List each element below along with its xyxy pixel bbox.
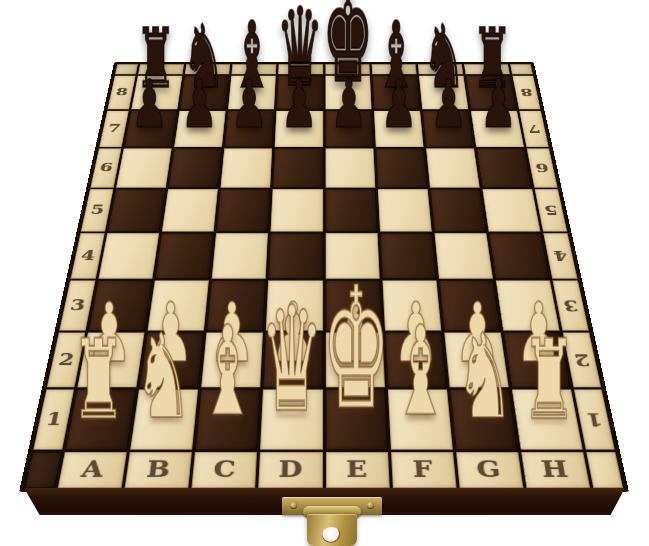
square-h2[interactable] [503, 333, 570, 388]
rank-label-left-7-label: 7 [107, 123, 121, 134]
square-a8[interactable] [131, 76, 182, 110]
square-g6[interactable] [426, 148, 480, 187]
top-border-cell [464, 64, 510, 74]
rank-label-right-4-label: 4 [552, 249, 569, 262]
square-h5[interactable] [482, 189, 540, 231]
latch-screw-icon [290, 502, 297, 509]
chess-board: 8877665544332211ABCDEFGH [19, 62, 629, 492]
rank-label-left-4-label: 4 [80, 249, 97, 262]
file-label-f-label: F [412, 459, 434, 481]
square-c2[interactable] [201, 333, 263, 388]
rank-label-left-3-label: 3 [69, 298, 86, 313]
rank-label-right-5: 5 [535, 189, 568, 231]
square-d8[interactable] [277, 76, 323, 110]
top-border-cell [418, 64, 464, 74]
rank-label-left-5-label: 5 [89, 204, 105, 216]
square-a3[interactable] [88, 281, 152, 331]
square-c1[interactable] [195, 390, 260, 450]
square-b8[interactable] [180, 76, 230, 110]
file-label-c: C [192, 452, 258, 488]
file-label-h: H [521, 452, 590, 488]
square-b3[interactable] [148, 281, 210, 331]
rank-label-left-8-label: 8 [115, 87, 129, 97]
square-d3[interactable] [266, 281, 323, 331]
square-d7[interactable] [275, 111, 323, 147]
square-e7[interactable] [325, 111, 373, 147]
square-f4[interactable] [380, 233, 436, 279]
square-c4[interactable] [212, 233, 268, 279]
product-photo-scene: 8877665544332211ABCDEFGH ♜♞♝♛♚♝♞♜♟♟♟♟♟♟♟… [0, 0, 649, 546]
square-a6[interactable] [116, 148, 172, 187]
rank-label-right-3-label: 3 [562, 298, 579, 313]
square-a2[interactable] [77, 333, 144, 388]
square-e5[interactable] [325, 189, 377, 231]
square-h1[interactable] [512, 390, 583, 450]
file-label-e-label: E [346, 459, 369, 481]
rank-label-right-6-label: 6 [534, 162, 549, 173]
file-label-a-label: A [80, 459, 106, 481]
board-perspective-wrap: 8877665544332211ABCDEFGH [19, 62, 629, 492]
top-border-cell [185, 64, 231, 74]
rank-label-right-8: 8 [512, 76, 540, 110]
file-label-f: F [391, 452, 457, 488]
file-label-g: G [456, 452, 523, 488]
file-label-a: A [58, 452, 127, 488]
corner-top-right [510, 64, 533, 74]
square-a5[interactable] [108, 189, 166, 231]
square-d1[interactable] [260, 390, 322, 450]
square-c7[interactable] [225, 111, 275, 147]
square-c8[interactable] [228, 76, 276, 110]
square-e4[interactable] [325, 233, 379, 279]
file-label-b-label: B [145, 459, 172, 481]
square-a1[interactable] [65, 390, 136, 450]
square-f1[interactable] [388, 390, 453, 450]
square-h8[interactable] [465, 76, 516, 110]
file-label-d-label: D [278, 459, 303, 481]
top-border-cell [278, 64, 323, 74]
square-h3[interactable] [496, 281, 560, 331]
square-f3[interactable] [382, 281, 441, 331]
rank-label-right-6: 6 [527, 148, 558, 187]
square-h4[interactable] [489, 233, 550, 279]
rank-label-left-1-label: 1 [44, 410, 63, 427]
rank-label-right-1-label: 1 [584, 410, 603, 427]
square-a4[interactable] [98, 233, 159, 279]
file-label-e: E [325, 452, 389, 488]
file-label-h-label: H [540, 459, 571, 481]
square-f5[interactable] [378, 189, 432, 231]
corner-bottom-right [586, 452, 623, 488]
square-f2[interactable] [385, 333, 447, 388]
latch-hole [322, 527, 341, 543]
square-b4[interactable] [155, 233, 214, 279]
top-border-cell [371, 64, 416, 74]
square-f7[interactable] [374, 111, 424, 147]
square-b5[interactable] [162, 189, 218, 231]
square-c3[interactable] [207, 281, 266, 331]
square-f8[interactable] [372, 76, 420, 110]
corner-bottom-left [25, 452, 62, 488]
square-e8[interactable] [325, 76, 371, 110]
top-border-cell [232, 64, 277, 74]
rank-label-right-5-label: 5 [543, 204, 559, 216]
square-e1[interactable] [325, 390, 387, 450]
square-b1[interactable] [130, 390, 198, 450]
square-b6[interactable] [168, 148, 222, 187]
square-g4[interactable] [434, 233, 493, 279]
square-b2[interactable] [139, 333, 204, 388]
corner-top-left [115, 64, 138, 74]
square-e3[interactable] [325, 281, 382, 331]
square-g8[interactable] [419, 76, 469, 110]
square-h7[interactable] [471, 111, 524, 147]
square-e6[interactable] [325, 148, 375, 187]
square-g5[interactable] [430, 189, 486, 231]
square-g7[interactable] [422, 111, 474, 147]
rank-label-right-7: 7 [519, 111, 549, 147]
square-e2[interactable] [325, 333, 384, 388]
square-g3[interactable] [439, 281, 501, 331]
square-g2[interactable] [444, 333, 509, 388]
rank-label-right-2-label: 2 [572, 352, 590, 368]
top-border-cell [325, 64, 370, 74]
file-label-d: D [259, 452, 323, 488]
square-d5[interactable] [271, 189, 323, 231]
rank-label-right-7-label: 7 [527, 123, 541, 134]
square-d6[interactable] [273, 148, 323, 187]
square-c6[interactable] [221, 148, 273, 187]
file-label-b: B [125, 452, 192, 488]
rank-label-right-8-label: 8 [519, 87, 533, 97]
square-b7[interactable] [174, 111, 226, 147]
square-d2[interactable] [263, 333, 322, 388]
latch-screw-icon [367, 502, 374, 509]
rank-label-left-2-label: 2 [57, 352, 75, 368]
rank-label-left-6-label: 6 [99, 162, 114, 173]
file-label-g-label: G [476, 459, 503, 481]
square-f6[interactable] [375, 148, 427, 187]
square-h6[interactable] [476, 148, 532, 187]
square-a7[interactable] [124, 111, 177, 147]
square-c5[interactable] [216, 189, 270, 231]
top-border-cell [138, 64, 184, 74]
square-g1[interactable] [450, 390, 518, 450]
square-d4[interactable] [269, 233, 323, 279]
file-label-c-label: C [213, 459, 238, 481]
